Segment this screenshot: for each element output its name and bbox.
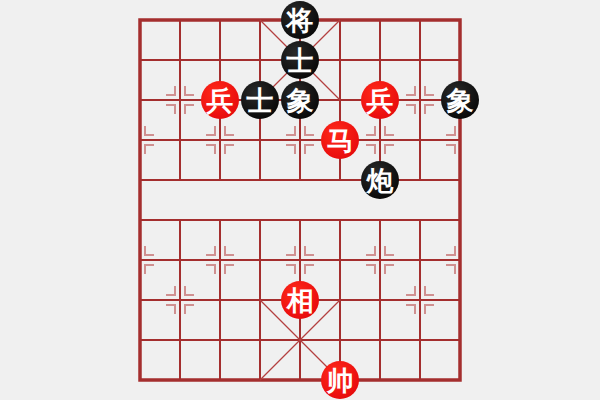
black-elephant[interactable]: 象: [441, 81, 479, 119]
xiangqi-diagram: 将士士象象炮兵兵马相帅: [0, 0, 600, 400]
black-elephant[interactable]: 象: [281, 81, 319, 119]
red-soldier[interactable]: 兵: [361, 81, 399, 119]
black-cannon[interactable]: 炮: [361, 161, 399, 199]
black-advisor[interactable]: 士: [241, 81, 279, 119]
red-general[interactable]: 帅: [321, 361, 359, 399]
xiangqi-board[interactable]: 将士士象象炮兵兵马相帅: [120, 0, 480, 400]
black-advisor[interactable]: 士: [281, 41, 319, 79]
black-general[interactable]: 将: [281, 1, 319, 39]
red-elephant[interactable]: 相: [281, 281, 319, 319]
red-horse[interactable]: 马: [321, 121, 359, 159]
red-soldier[interactable]: 兵: [201, 81, 239, 119]
